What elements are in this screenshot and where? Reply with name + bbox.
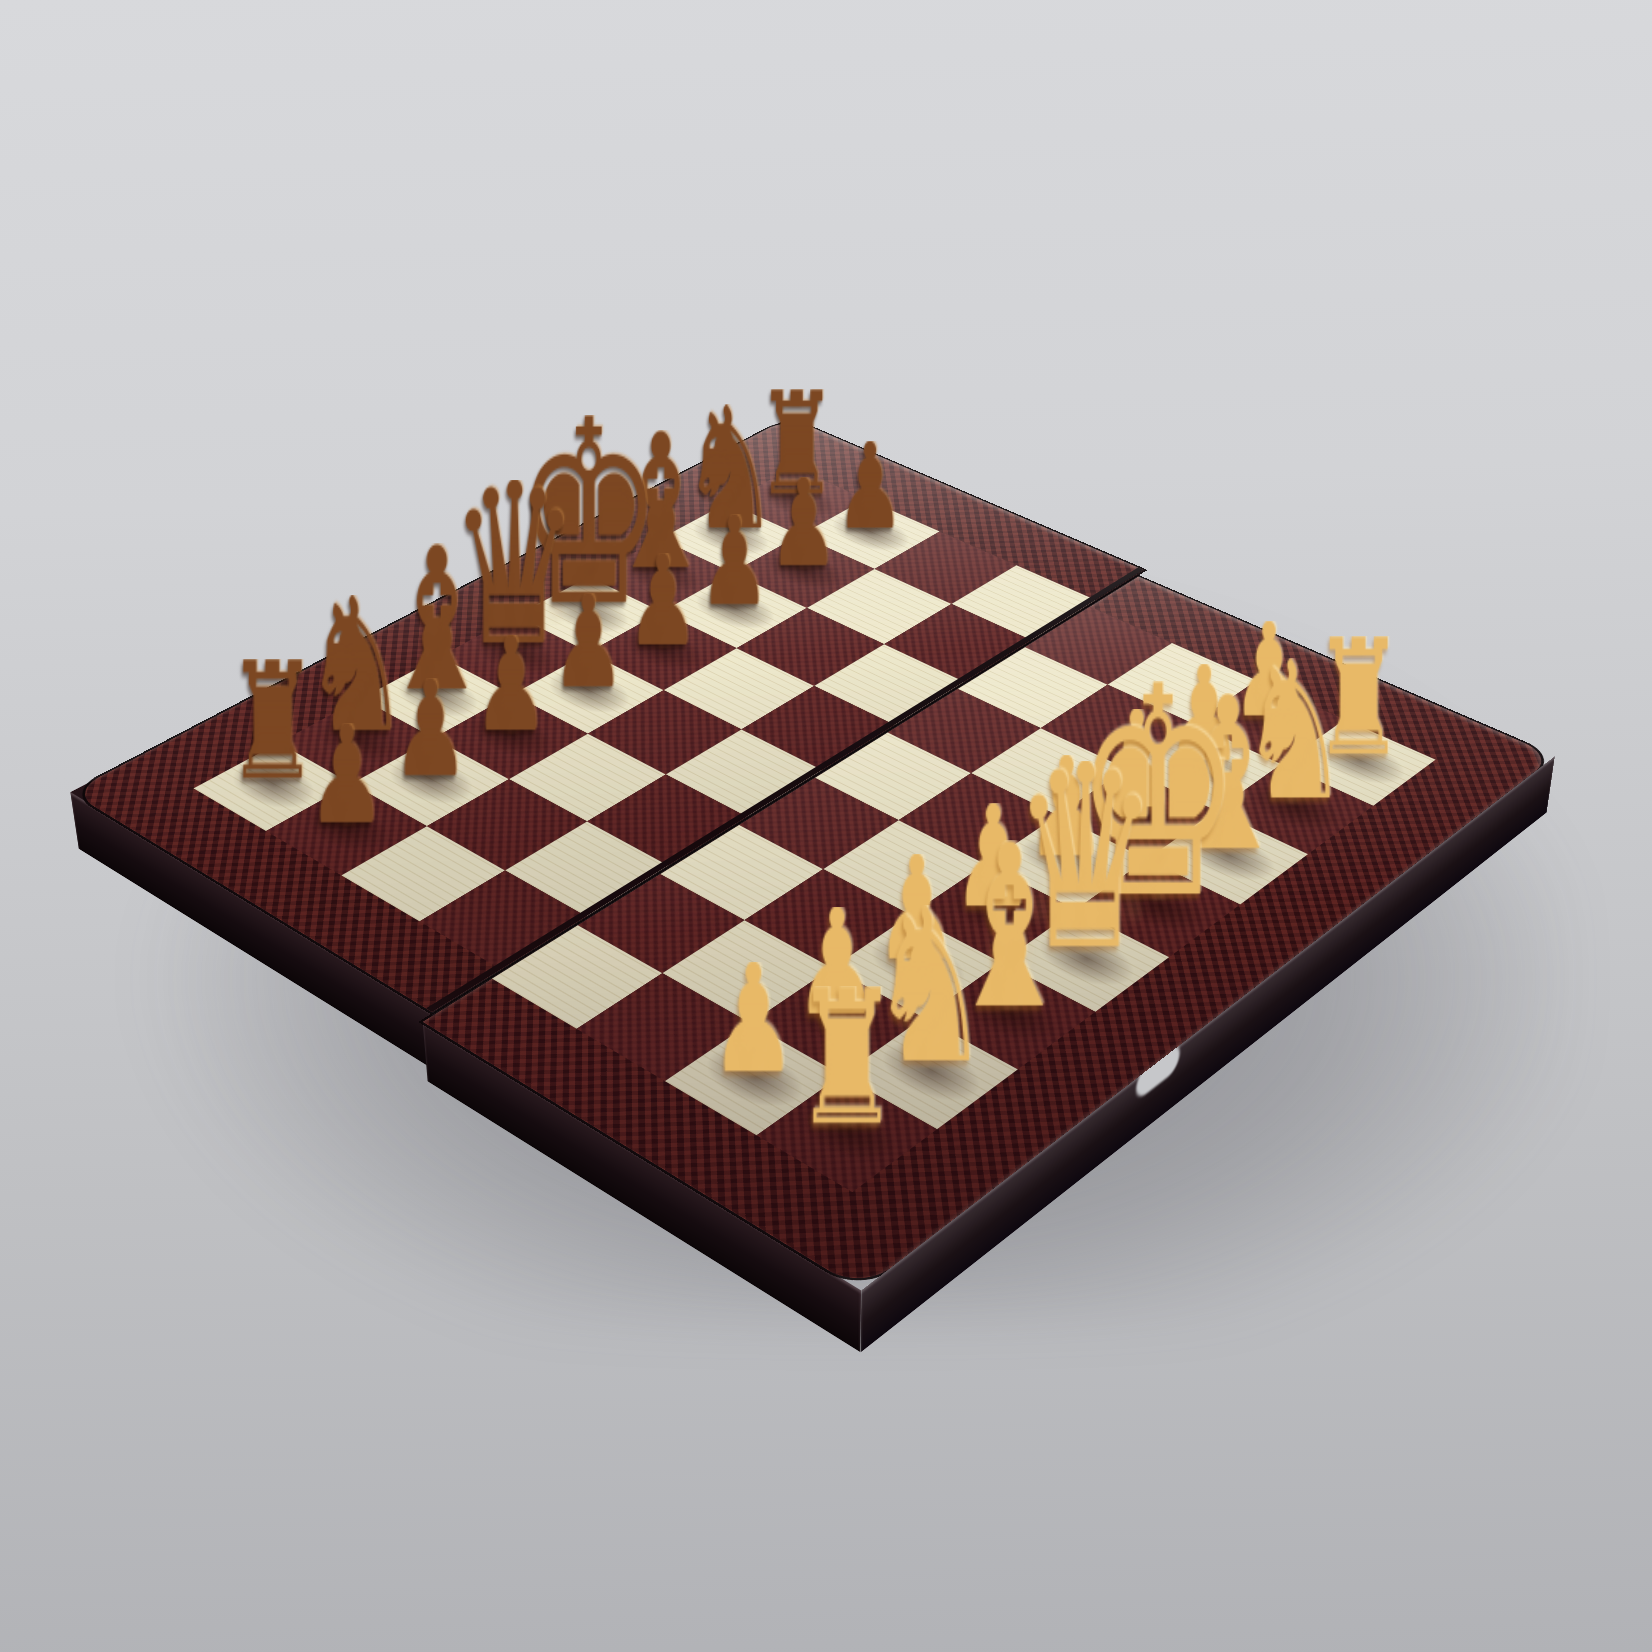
studio-background: ♜♞♝♚♛♝♞♜♟♟♟♟♟♟♟♟ ♟♟♟♟♟♟♟♟♜♞♝♚♛♝♞♜: [0, 0, 1652, 1652]
scene: ♜♞♝♚♛♝♞♜♟♟♟♟♟♟♟♟ ♟♟♟♟♟♟♟♟♜♞♝♚♛♝♞♜: [0, 0, 1652, 1652]
piece-white-rook[interactable]: ♜: [735, 986, 959, 1132]
chess-board: ♜♞♝♚♛♝♞♜♟♟♟♟♟♟♟♟ ♟♟♟♟♟♟♟♟♜♞♝♚♛♝♞♜: [70, 418, 1559, 1279]
piece-black-pawn[interactable]: ♟: [247, 723, 445, 828]
